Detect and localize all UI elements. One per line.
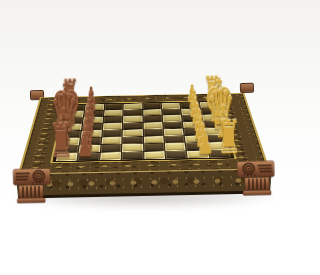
square-r8-c7 xyxy=(187,150,209,158)
square-r5-c1 xyxy=(61,131,82,138)
square-r5-c4 xyxy=(123,129,143,136)
square-r6-c7 xyxy=(185,135,206,142)
board-top-surface xyxy=(17,93,270,176)
square-r4-c1 xyxy=(62,124,82,131)
square-r7-c4 xyxy=(122,144,142,152)
square-r7-c3 xyxy=(101,144,122,152)
ionic-volute-icon xyxy=(236,160,275,197)
square-r5-c7 xyxy=(184,128,205,135)
chessboard: ♜♞♝♚♛♝♞♜♟♟♟♟♟♟♟♟♟♟♟♟♟♟♟♟♜♞♝♚♛♝♞♜ xyxy=(0,0,286,275)
square-r6-c3 xyxy=(101,137,121,144)
square-r7-c8 xyxy=(207,142,229,150)
square-r8-c6 xyxy=(165,151,187,159)
square-r6-c4 xyxy=(122,136,142,143)
square-r5-c2 xyxy=(81,130,101,137)
square-r5-c8 xyxy=(204,128,225,135)
ionic-volute-icon xyxy=(13,168,52,205)
square-r7-c2 xyxy=(79,145,100,153)
square-r8-c5 xyxy=(144,151,165,159)
square-r6-c2 xyxy=(80,137,101,144)
square-r8-c4 xyxy=(122,152,143,160)
square-r4-c3 xyxy=(103,123,123,130)
square-r4-c6 xyxy=(163,122,183,129)
board-trim-line xyxy=(50,100,237,163)
square-r6-c5 xyxy=(143,136,163,143)
square-r6-c1 xyxy=(59,138,80,145)
square-r4-c4 xyxy=(123,122,142,129)
square-r4-c2 xyxy=(82,123,102,130)
square-r5-c6 xyxy=(164,128,184,135)
square-r7-c5 xyxy=(144,143,165,151)
back-foot-right xyxy=(240,83,254,93)
square-r8-c8 xyxy=(209,150,231,158)
square-r7-c1 xyxy=(58,145,80,153)
square-r4-c7 xyxy=(183,121,203,128)
square-r8-c1 xyxy=(56,153,78,161)
photo-scene: ♜♞♝♚♛♝♞♜♟♟♟♟♟♟♟♟♟♟♟♟♟♟♟♟♜♞♝♚♛♝♞♜ xyxy=(0,0,286,275)
square-r5-c5 xyxy=(143,129,163,136)
square-r8-c3 xyxy=(100,152,121,160)
square-r4-c5 xyxy=(143,122,162,129)
square-r4-c8 xyxy=(203,121,224,128)
ionic-foot-left xyxy=(13,168,52,205)
square-r7-c6 xyxy=(165,143,186,151)
squares-grid xyxy=(56,102,231,161)
square-r5-c3 xyxy=(102,130,122,137)
square-r6-c6 xyxy=(164,136,185,143)
square-r7-c7 xyxy=(186,143,207,151)
square-r8-c2 xyxy=(78,152,100,160)
square-r6-c8 xyxy=(206,135,227,142)
ionic-foot-right xyxy=(236,160,275,197)
